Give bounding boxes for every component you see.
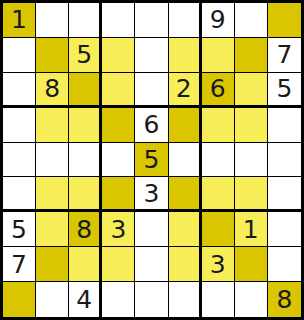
cell-r3c2[interactable]: 8: [36, 73, 69, 108]
cell-r4c1[interactable]: [3, 108, 36, 143]
cell-r6c2[interactable]: [36, 177, 69, 212]
cell-r4c3[interactable]: [69, 108, 102, 143]
cell-r4c6[interactable]: [169, 108, 202, 143]
cell-r7c7[interactable]: [202, 212, 235, 247]
cell-r2c2[interactable]: [36, 38, 69, 73]
cell-r8c1[interactable]: 7: [3, 247, 36, 282]
cell-r6c1[interactable]: [3, 177, 36, 212]
cell-r1c3[interactable]: [69, 3, 102, 38]
cell-r4c8[interactable]: [235, 108, 268, 143]
cell-r3c7[interactable]: 6: [202, 73, 235, 108]
cell-r4c2[interactable]: [36, 108, 69, 143]
cell-r5c1[interactable]: [3, 143, 36, 178]
cell-r2c5[interactable]: [135, 38, 168, 73]
cell-r8c7[interactable]: 3: [202, 247, 235, 282]
cell-r9c5[interactable]: [135, 282, 168, 317]
cell-r8c5[interactable]: [135, 247, 168, 282]
cell-r6c6[interactable]: [169, 177, 202, 212]
cell-r7c3[interactable]: 8: [69, 212, 102, 247]
cell-r3c9[interactable]: 5: [268, 73, 301, 108]
cell-r6c5[interactable]: 3: [135, 177, 168, 212]
cell-r4c4[interactable]: [102, 108, 135, 143]
cell-r8c6[interactable]: [169, 247, 202, 282]
cell-r2c4[interactable]: [102, 38, 135, 73]
cell-r3c8[interactable]: [235, 73, 268, 108]
cell-r7c8[interactable]: 1: [235, 212, 268, 247]
cell-r2c9[interactable]: 7: [268, 38, 301, 73]
cell-r9c3[interactable]: 4: [69, 282, 102, 317]
cell-r7c5[interactable]: [135, 212, 168, 247]
cell-r7c1[interactable]: 5: [3, 212, 36, 247]
cell-r4c5[interactable]: 6: [135, 108, 168, 143]
cell-r8c9[interactable]: [268, 247, 301, 282]
cell-r3c3[interactable]: [69, 73, 102, 108]
cell-r3c1[interactable]: [3, 73, 36, 108]
cell-r6c4[interactable]: [102, 177, 135, 212]
cell-r3c6[interactable]: 2: [169, 73, 202, 108]
cell-r7c6[interactable]: [169, 212, 202, 247]
cell-r1c8[interactable]: [235, 3, 268, 38]
cell-r5c9[interactable]: [268, 143, 301, 178]
cell-r1c9[interactable]: [268, 3, 301, 38]
cell-r5c2[interactable]: [36, 143, 69, 178]
cell-r5c3[interactable]: [69, 143, 102, 178]
cell-r2c6[interactable]: [169, 38, 202, 73]
cell-r9c6[interactable]: [169, 282, 202, 317]
cell-r5c4[interactable]: [102, 143, 135, 178]
cell-r7c2[interactable]: [36, 212, 69, 247]
cell-r6c8[interactable]: [235, 177, 268, 212]
cell-r3c5[interactable]: [135, 73, 168, 108]
cell-r7c9[interactable]: [268, 212, 301, 247]
cell-r3c4[interactable]: [102, 73, 135, 108]
cell-r6c7[interactable]: [202, 177, 235, 212]
cell-r9c4[interactable]: [102, 282, 135, 317]
cell-r1c2[interactable]: [36, 3, 69, 38]
cell-r1c1[interactable]: 1: [3, 3, 36, 38]
cell-r6c9[interactable]: [268, 177, 301, 212]
cell-r4c9[interactable]: [268, 108, 301, 143]
cell-r2c7[interactable]: [202, 38, 235, 73]
cell-r5c6[interactable]: [169, 143, 202, 178]
cell-r8c2[interactable]: [36, 247, 69, 282]
cell-r9c1[interactable]: [3, 282, 36, 317]
cell-r1c4[interactable]: [102, 3, 135, 38]
cell-r8c8[interactable]: [235, 247, 268, 282]
cell-r1c6[interactable]: [169, 3, 202, 38]
cell-r6c3[interactable]: [69, 177, 102, 212]
cell-r1c7[interactable]: 9: [202, 3, 235, 38]
cell-r8c3[interactable]: [69, 247, 102, 282]
cell-r5c5[interactable]: 5: [135, 143, 168, 178]
cell-r5c7[interactable]: [202, 143, 235, 178]
sudoku-board: 1957826565358317348: [0, 0, 304, 320]
cell-r1c5[interactable]: [135, 3, 168, 38]
cell-r2c8[interactable]: [235, 38, 268, 73]
cell-r7c4[interactable]: 3: [102, 212, 135, 247]
cell-r5c8[interactable]: [235, 143, 268, 178]
cell-r9c8[interactable]: [235, 282, 268, 317]
cell-r8c4[interactable]: [102, 247, 135, 282]
cell-r4c7[interactable]: [202, 108, 235, 143]
cell-r9c7[interactable]: [202, 282, 235, 317]
cell-r2c1[interactable]: [3, 38, 36, 73]
cell-r9c9[interactable]: 8: [268, 282, 301, 317]
cell-r9c2[interactable]: [36, 282, 69, 317]
cell-r2c3[interactable]: 5: [69, 38, 102, 73]
